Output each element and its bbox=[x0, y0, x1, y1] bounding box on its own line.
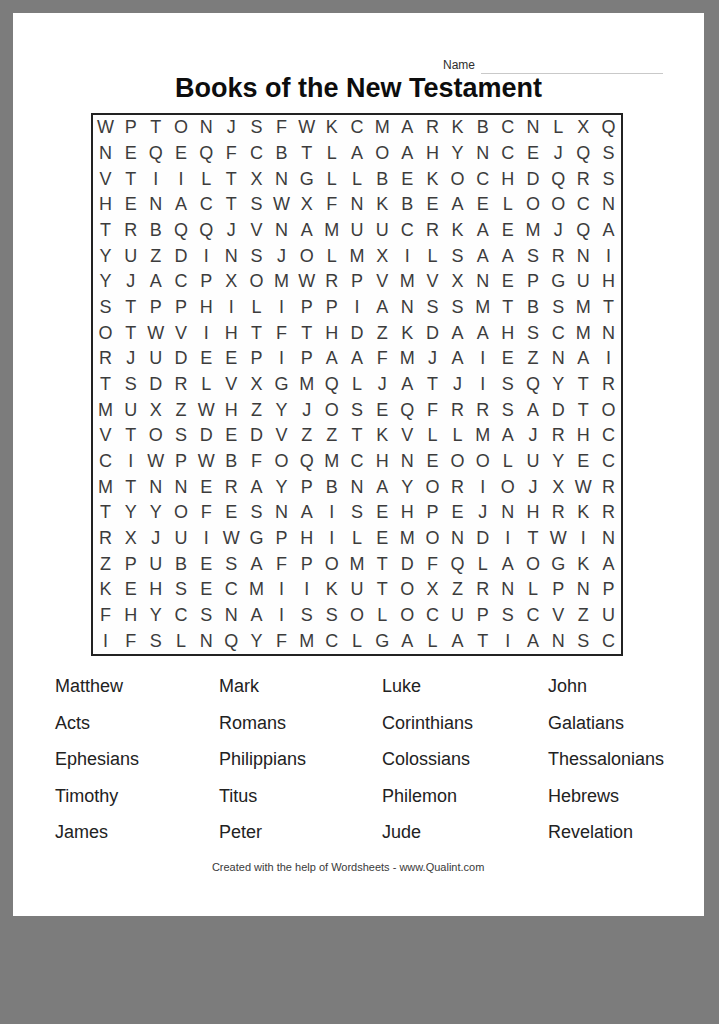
grid-cell[interactable]: D bbox=[344, 320, 369, 346]
grid-cell[interactable]: H bbox=[219, 320, 244, 346]
grid-cell[interactable]: S bbox=[244, 115, 269, 141]
grid-cell[interactable]: Y bbox=[395, 474, 420, 500]
grid-cell[interactable]: K bbox=[445, 115, 470, 141]
grid-cell[interactable]: M bbox=[571, 295, 596, 321]
grid-cell[interactable]: G bbox=[546, 269, 571, 295]
grid-cell[interactable]: O bbox=[168, 500, 193, 526]
grid-cell[interactable]: V bbox=[546, 603, 571, 629]
grid-cell[interactable]: M bbox=[93, 397, 118, 423]
grid-cell[interactable]: P bbox=[520, 269, 545, 295]
grid-cell[interactable]: Q bbox=[319, 372, 344, 398]
grid-cell[interactable]: A bbox=[470, 218, 495, 244]
grid-cell[interactable]: V bbox=[219, 372, 244, 398]
grid-cell[interactable]: A bbox=[244, 603, 269, 629]
grid-cell[interactable]: L bbox=[344, 166, 369, 192]
grid-cell[interactable]: W bbox=[219, 526, 244, 552]
grid-cell[interactable]: U bbox=[596, 603, 621, 629]
grid-cell[interactable]: I bbox=[143, 166, 168, 192]
grid-cell[interactable]: A bbox=[596, 218, 621, 244]
grid-cell[interactable]: I bbox=[319, 526, 344, 552]
grid-cell[interactable]: M bbox=[294, 372, 319, 398]
grid-cell[interactable]: Q bbox=[596, 115, 621, 141]
grid-cell[interactable]: O bbox=[395, 577, 420, 603]
grid-cell[interactable]: S bbox=[420, 295, 445, 321]
grid-cell[interactable]: B bbox=[470, 115, 495, 141]
grid-cell[interactable]: H bbox=[219, 397, 244, 423]
grid-cell[interactable]: A bbox=[143, 269, 168, 295]
grid-cell[interactable]: I bbox=[395, 243, 420, 269]
grid-cell[interactable]: M bbox=[344, 243, 369, 269]
grid-cell[interactable]: O bbox=[319, 551, 344, 577]
grid-cell[interactable]: Z bbox=[244, 397, 269, 423]
grid-cell[interactable]: M bbox=[520, 218, 545, 244]
grid-cell[interactable]: R bbox=[93, 346, 118, 372]
grid-cell[interactable]: R bbox=[118, 218, 143, 244]
grid-cell[interactable]: I bbox=[269, 295, 294, 321]
grid-cell[interactable]: B bbox=[269, 141, 294, 167]
grid-cell[interactable]: D bbox=[470, 526, 495, 552]
grid-cell[interactable]: S bbox=[571, 628, 596, 654]
grid-cell[interactable]: H bbox=[118, 603, 143, 629]
grid-cell[interactable]: S bbox=[319, 603, 344, 629]
grid-cell[interactable]: A bbox=[370, 295, 395, 321]
grid-cell[interactable]: A bbox=[294, 500, 319, 526]
grid-cell[interactable]: Y bbox=[93, 243, 118, 269]
grid-cell[interactable]: E bbox=[495, 218, 520, 244]
grid-cell[interactable]: L bbox=[495, 192, 520, 218]
grid-cell[interactable]: F bbox=[269, 551, 294, 577]
grid-cell[interactable]: E bbox=[219, 423, 244, 449]
grid-cell[interactable]: G bbox=[294, 166, 319, 192]
grid-cell[interactable]: M bbox=[319, 449, 344, 475]
grid-cell[interactable]: I bbox=[596, 243, 621, 269]
grid-cell[interactable]: R bbox=[546, 500, 571, 526]
grid-cell[interactable]: K bbox=[395, 320, 420, 346]
grid-cell[interactable]: S bbox=[495, 372, 520, 398]
grid-cell[interactable]: O bbox=[520, 551, 545, 577]
grid-cell[interactable]: J bbox=[143, 526, 168, 552]
grid-cell[interactable]: I bbox=[269, 346, 294, 372]
grid-cell[interactable]: F bbox=[269, 115, 294, 141]
grid-cell[interactable]: R bbox=[546, 243, 571, 269]
grid-cell[interactable]: D bbox=[168, 346, 193, 372]
grid-cell[interactable]: O bbox=[93, 320, 118, 346]
grid-cell[interactable]: N bbox=[445, 526, 470, 552]
grid-cell[interactable]: I bbox=[319, 500, 344, 526]
grid-cell[interactable]: O bbox=[370, 141, 395, 167]
grid-cell[interactable]: C bbox=[168, 269, 193, 295]
grid-cell[interactable]: J bbox=[219, 115, 244, 141]
grid-cell[interactable]: G bbox=[244, 526, 269, 552]
grid-cell[interactable]: U bbox=[571, 269, 596, 295]
grid-cell[interactable]: C bbox=[194, 192, 219, 218]
grid-cell[interactable]: I bbox=[470, 346, 495, 372]
grid-cell[interactable]: S bbox=[143, 628, 168, 654]
grid-cell[interactable]: J bbox=[445, 372, 470, 398]
grid-cell[interactable]: N bbox=[93, 141, 118, 167]
grid-cell[interactable]: R bbox=[168, 372, 193, 398]
grid-cell[interactable]: E bbox=[219, 346, 244, 372]
grid-cell[interactable]: S bbox=[546, 295, 571, 321]
grid-cell[interactable]: F bbox=[370, 346, 395, 372]
grid-cell[interactable]: P bbox=[294, 346, 319, 372]
grid-cell[interactable]: C bbox=[520, 603, 545, 629]
grid-cell[interactable]: Q bbox=[395, 397, 420, 423]
grid-cell[interactable]: P bbox=[118, 115, 143, 141]
grid-cell[interactable]: E bbox=[168, 141, 193, 167]
grid-cell[interactable]: N bbox=[596, 192, 621, 218]
grid-cell[interactable]: A bbox=[596, 551, 621, 577]
grid-cell[interactable]: R bbox=[420, 115, 445, 141]
grid-cell[interactable]: F bbox=[269, 628, 294, 654]
grid-cell[interactable]: Q bbox=[168, 218, 193, 244]
grid-cell[interactable]: S bbox=[194, 603, 219, 629]
grid-cell[interactable]: E bbox=[445, 500, 470, 526]
grid-cell[interactable]: M bbox=[93, 474, 118, 500]
grid-cell[interactable]: L bbox=[445, 423, 470, 449]
grid-cell[interactable]: T bbox=[219, 192, 244, 218]
grid-cell[interactable]: R bbox=[93, 526, 118, 552]
grid-cell[interactable]: S bbox=[244, 243, 269, 269]
grid-cell[interactable]: Y bbox=[269, 474, 294, 500]
grid-cell[interactable]: G bbox=[370, 628, 395, 654]
grid-cell[interactable]: C bbox=[470, 166, 495, 192]
grid-cell[interactable]: N bbox=[596, 526, 621, 552]
grid-cell[interactable]: B bbox=[395, 192, 420, 218]
grid-cell[interactable]: A bbox=[495, 243, 520, 269]
grid-cell[interactable]: E bbox=[520, 141, 545, 167]
grid-cell[interactable]: C bbox=[168, 603, 193, 629]
grid-cell[interactable]: K bbox=[319, 577, 344, 603]
name-blank-line[interactable] bbox=[481, 57, 663, 74]
grid-cell[interactable]: E bbox=[495, 269, 520, 295]
grid-cell[interactable]: K bbox=[93, 577, 118, 603]
grid-cell[interactable]: A bbox=[495, 551, 520, 577]
grid-cell[interactable]: F bbox=[219, 141, 244, 167]
grid-cell[interactable]: V bbox=[168, 320, 193, 346]
grid-cell[interactable]: W bbox=[143, 320, 168, 346]
grid-cell[interactable]: T bbox=[370, 551, 395, 577]
grid-cell[interactable]: C bbox=[395, 218, 420, 244]
grid-cell[interactable]: S bbox=[445, 243, 470, 269]
grid-cell[interactable]: E bbox=[370, 397, 395, 423]
grid-cell[interactable]: N bbox=[395, 449, 420, 475]
grid-cell[interactable]: W bbox=[294, 269, 319, 295]
grid-cell[interactable]: C bbox=[571, 192, 596, 218]
grid-cell[interactable]: C bbox=[546, 320, 571, 346]
grid-cell[interactable]: I bbox=[93, 628, 118, 654]
grid-cell[interactable]: H bbox=[596, 269, 621, 295]
grid-cell[interactable]: O bbox=[420, 474, 445, 500]
grid-cell[interactable]: T bbox=[118, 320, 143, 346]
grid-cell[interactable]: E bbox=[571, 449, 596, 475]
grid-cell[interactable]: N bbox=[344, 474, 369, 500]
grid-cell[interactable]: C bbox=[319, 628, 344, 654]
grid-cell[interactable]: S bbox=[495, 397, 520, 423]
grid-cell[interactable]: P bbox=[269, 526, 294, 552]
grid-cell[interactable]: M bbox=[395, 269, 420, 295]
grid-cell[interactable]: T bbox=[118, 166, 143, 192]
grid-cell[interactable]: O bbox=[244, 269, 269, 295]
grid-cell[interactable]: R bbox=[420, 218, 445, 244]
grid-cell[interactable]: P bbox=[168, 295, 193, 321]
grid-cell[interactable]: U bbox=[143, 551, 168, 577]
grid-cell[interactable]: J bbox=[118, 269, 143, 295]
grid-cell[interactable]: R bbox=[596, 474, 621, 500]
grid-cell[interactable]: V bbox=[93, 166, 118, 192]
grid-cell[interactable]: P bbox=[470, 603, 495, 629]
grid-cell[interactable]: L bbox=[370, 603, 395, 629]
grid-cell[interactable]: J bbox=[520, 474, 545, 500]
grid-cell[interactable]: S bbox=[344, 500, 369, 526]
grid-cell[interactable]: S bbox=[596, 141, 621, 167]
grid-cell[interactable]: A bbox=[520, 397, 545, 423]
grid-cell[interactable]: H bbox=[370, 449, 395, 475]
grid-cell[interactable]: A bbox=[344, 346, 369, 372]
grid-cell[interactable]: R bbox=[319, 269, 344, 295]
grid-cell[interactable]: N bbox=[219, 243, 244, 269]
grid-cell[interactable]: L bbox=[319, 243, 344, 269]
grid-cell[interactable]: F bbox=[118, 628, 143, 654]
grid-cell[interactable]: X bbox=[546, 474, 571, 500]
grid-cell[interactable]: L bbox=[520, 577, 545, 603]
grid-cell[interactable]: X bbox=[445, 269, 470, 295]
grid-cell[interactable]: O bbox=[495, 474, 520, 500]
grid-cell[interactable]: X bbox=[143, 397, 168, 423]
grid-cell[interactable]: O bbox=[344, 603, 369, 629]
grid-cell[interactable]: R bbox=[470, 577, 495, 603]
grid-cell[interactable]: T bbox=[294, 320, 319, 346]
grid-cell[interactable]: E bbox=[370, 500, 395, 526]
grid-cell[interactable]: B bbox=[520, 295, 545, 321]
grid-cell[interactable]: P bbox=[546, 577, 571, 603]
grid-cell[interactable]: Z bbox=[520, 346, 545, 372]
grid-cell[interactable]: C bbox=[420, 603, 445, 629]
grid-cell[interactable]: L bbox=[344, 372, 369, 398]
grid-cell[interactable]: E bbox=[395, 166, 420, 192]
grid-cell[interactable]: T bbox=[244, 320, 269, 346]
grid-cell[interactable]: I bbox=[219, 295, 244, 321]
grid-cell[interactable]: E bbox=[420, 449, 445, 475]
grid-cell[interactable]: Y bbox=[546, 449, 571, 475]
grid-cell[interactable]: Y bbox=[93, 269, 118, 295]
grid-cell[interactable]: R bbox=[445, 397, 470, 423]
grid-cell[interactable]: E bbox=[470, 192, 495, 218]
grid-cell[interactable]: T bbox=[470, 628, 495, 654]
grid-cell[interactable]: R bbox=[546, 423, 571, 449]
grid-cell[interactable]: Q bbox=[546, 166, 571, 192]
grid-cell[interactable]: R bbox=[445, 474, 470, 500]
grid-cell[interactable]: I bbox=[344, 295, 369, 321]
grid-cell[interactable]: I bbox=[294, 577, 319, 603]
grid-cell[interactable]: J bbox=[546, 141, 571, 167]
grid-cell[interactable]: P bbox=[596, 577, 621, 603]
grid-cell[interactable]: M bbox=[370, 115, 395, 141]
grid-cell[interactable]: S bbox=[244, 500, 269, 526]
grid-cell[interactable]: P bbox=[194, 269, 219, 295]
grid-cell[interactable]: E bbox=[118, 192, 143, 218]
grid-cell[interactable]: H bbox=[319, 320, 344, 346]
grid-cell[interactable]: C bbox=[344, 115, 369, 141]
grid-cell[interactable]: C bbox=[495, 115, 520, 141]
grid-cell[interactable]: E bbox=[118, 141, 143, 167]
grid-cell[interactable]: P bbox=[294, 474, 319, 500]
grid-cell[interactable]: R bbox=[470, 397, 495, 423]
grid-cell[interactable]: N bbox=[395, 295, 420, 321]
grid-cell[interactable]: M bbox=[571, 320, 596, 346]
grid-cell[interactable]: W bbox=[194, 449, 219, 475]
grid-cell[interactable]: A bbox=[470, 320, 495, 346]
grid-cell[interactable]: F bbox=[244, 449, 269, 475]
grid-cell[interactable]: W bbox=[571, 474, 596, 500]
grid-cell[interactable]: A bbox=[445, 320, 470, 346]
grid-cell[interactable]: C bbox=[219, 577, 244, 603]
grid-cell[interactable]: L bbox=[344, 526, 369, 552]
grid-cell[interactable]: M bbox=[470, 423, 495, 449]
grid-cell[interactable]: S bbox=[168, 577, 193, 603]
grid-cell[interactable]: E bbox=[118, 577, 143, 603]
grid-cell[interactable]: Z bbox=[370, 320, 395, 346]
grid-cell[interactable]: Z bbox=[294, 423, 319, 449]
grid-cell[interactable]: C bbox=[596, 628, 621, 654]
grid-cell[interactable]: S bbox=[596, 166, 621, 192]
grid-cell[interactable]: D bbox=[244, 423, 269, 449]
grid-cell[interactable]: M bbox=[319, 218, 344, 244]
grid-cell[interactable]: O bbox=[294, 243, 319, 269]
grid-cell[interactable]: K bbox=[571, 500, 596, 526]
grid-cell[interactable]: B bbox=[370, 166, 395, 192]
grid-cell[interactable]: W bbox=[143, 449, 168, 475]
grid-cell[interactable]: M bbox=[244, 577, 269, 603]
grid-cell[interactable]: H bbox=[395, 500, 420, 526]
grid-cell[interactable]: U bbox=[143, 346, 168, 372]
grid-cell[interactable]: H bbox=[520, 500, 545, 526]
grid-cell[interactable]: M bbox=[470, 295, 495, 321]
grid-cell[interactable]: B bbox=[219, 449, 244, 475]
grid-cell[interactable]: T bbox=[118, 423, 143, 449]
grid-cell[interactable]: T bbox=[344, 423, 369, 449]
grid-cell[interactable]: N bbox=[571, 577, 596, 603]
grid-cell[interactable]: V bbox=[370, 269, 395, 295]
grid-cell[interactable]: V bbox=[244, 218, 269, 244]
grid-cell[interactable]: E bbox=[194, 346, 219, 372]
grid-cell[interactable]: K bbox=[571, 551, 596, 577]
grid-cell[interactable]: G bbox=[269, 372, 294, 398]
grid-cell[interactable]: Z bbox=[168, 397, 193, 423]
grid-cell[interactable]: N bbox=[470, 141, 495, 167]
grid-cell[interactable]: T bbox=[118, 474, 143, 500]
grid-cell[interactable]: A bbox=[168, 192, 193, 218]
grid-cell[interactable]: M bbox=[395, 526, 420, 552]
grid-cell[interactable]: S bbox=[244, 192, 269, 218]
grid-cell[interactable]: E bbox=[495, 346, 520, 372]
grid-cell[interactable]: L bbox=[420, 423, 445, 449]
grid-cell[interactable]: G bbox=[546, 551, 571, 577]
grid-cell[interactable]: S bbox=[445, 295, 470, 321]
grid-cell[interactable]: M bbox=[395, 346, 420, 372]
grid-cell[interactable]: N bbox=[194, 115, 219, 141]
grid-cell[interactable]: S bbox=[294, 603, 319, 629]
grid-cell[interactable]: M bbox=[294, 628, 319, 654]
grid-cell[interactable]: I bbox=[596, 346, 621, 372]
grid-cell[interactable]: Q bbox=[520, 372, 545, 398]
grid-cell[interactable]: L bbox=[244, 295, 269, 321]
grid-cell[interactable]: P bbox=[420, 500, 445, 526]
grid-cell[interactable]: C bbox=[596, 423, 621, 449]
grid-cell[interactable]: V bbox=[93, 423, 118, 449]
grid-cell[interactable]: D bbox=[546, 397, 571, 423]
grid-cell[interactable]: D bbox=[420, 320, 445, 346]
grid-cell[interactable]: J bbox=[219, 218, 244, 244]
grid-cell[interactable]: N bbox=[470, 269, 495, 295]
grid-cell[interactable]: E bbox=[194, 474, 219, 500]
grid-cell[interactable]: O bbox=[143, 423, 168, 449]
grid-cell[interactable]: O bbox=[470, 449, 495, 475]
grid-cell[interactable]: P bbox=[168, 449, 193, 475]
grid-cell[interactable]: L bbox=[319, 166, 344, 192]
grid-cell[interactable]: B bbox=[319, 474, 344, 500]
grid-cell[interactable]: A bbox=[244, 551, 269, 577]
grid-cell[interactable]: F bbox=[269, 320, 294, 346]
grid-cell[interactable]: A bbox=[294, 218, 319, 244]
grid-cell[interactable]: A bbox=[520, 628, 545, 654]
grid-cell[interactable]: P bbox=[118, 551, 143, 577]
grid-cell[interactable]: X bbox=[244, 166, 269, 192]
grid-cell[interactable]: V bbox=[269, 423, 294, 449]
grid-cell[interactable]: D bbox=[520, 166, 545, 192]
grid-cell[interactable]: N bbox=[143, 192, 168, 218]
grid-cell[interactable]: K bbox=[370, 192, 395, 218]
grid-cell[interactable]: E bbox=[420, 192, 445, 218]
grid-cell[interactable]: Z bbox=[571, 603, 596, 629]
grid-cell[interactable]: I bbox=[495, 628, 520, 654]
grid-cell[interactable]: O bbox=[596, 397, 621, 423]
grid-cell[interactable]: A bbox=[470, 243, 495, 269]
grid-cell[interactable]: X bbox=[118, 526, 143, 552]
grid-cell[interactable]: T bbox=[520, 526, 545, 552]
grid-cell[interactable]: O bbox=[445, 449, 470, 475]
grid-cell[interactable]: V bbox=[420, 269, 445, 295]
grid-cell[interactable]: E bbox=[370, 526, 395, 552]
grid-cell[interactable]: O bbox=[395, 603, 420, 629]
grid-cell[interactable]: X bbox=[571, 115, 596, 141]
grid-cell[interactable]: N bbox=[194, 628, 219, 654]
grid-cell[interactable]: U bbox=[344, 577, 369, 603]
grid-cell[interactable]: N bbox=[269, 218, 294, 244]
grid-cell[interactable]: K bbox=[445, 218, 470, 244]
grid-cell[interactable]: U bbox=[370, 218, 395, 244]
grid-cell[interactable]: X bbox=[294, 192, 319, 218]
grid-cell[interactable]: O bbox=[269, 449, 294, 475]
grid-cell[interactable]: I bbox=[571, 526, 596, 552]
grid-cell[interactable]: C bbox=[244, 141, 269, 167]
grid-cell[interactable]: Q bbox=[445, 551, 470, 577]
grid-cell[interactable]: H bbox=[194, 295, 219, 321]
grid-cell[interactable]: B bbox=[143, 218, 168, 244]
grid-cell[interactable]: S bbox=[344, 397, 369, 423]
grid-cell[interactable]: N bbox=[269, 500, 294, 526]
grid-cell[interactable]: E bbox=[194, 551, 219, 577]
grid-cell[interactable]: O bbox=[445, 166, 470, 192]
grid-cell[interactable]: S bbox=[118, 372, 143, 398]
grid-cell[interactable]: P bbox=[294, 551, 319, 577]
grid-cell[interactable]: L bbox=[344, 628, 369, 654]
grid-cell[interactable]: M bbox=[344, 551, 369, 577]
grid-cell[interactable]: Z bbox=[143, 243, 168, 269]
grid-cell[interactable]: A bbox=[344, 141, 369, 167]
grid-cell[interactable]: T bbox=[93, 372, 118, 398]
grid-cell[interactable]: C bbox=[93, 449, 118, 475]
